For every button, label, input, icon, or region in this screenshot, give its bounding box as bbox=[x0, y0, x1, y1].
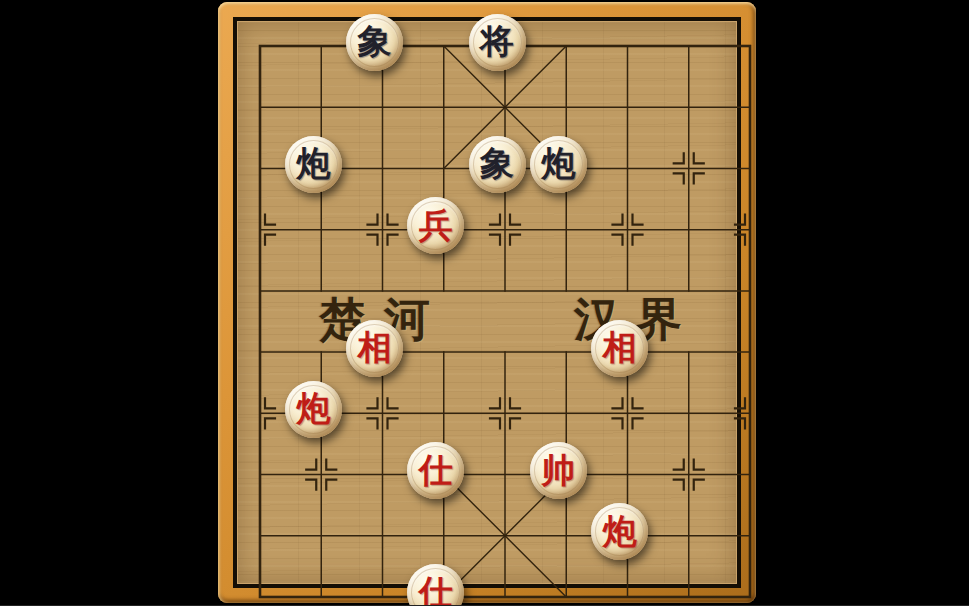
piece-glyph: 仕 bbox=[419, 575, 453, 606]
piece-glyph: 仕 bbox=[419, 453, 453, 487]
piece-glyph: 炮 bbox=[603, 514, 637, 548]
piece-glyph: 兵 bbox=[419, 208, 453, 242]
piece-red-elephant[interactable]: 相 bbox=[346, 320, 403, 377]
piece-black-elephant[interactable]: 象 bbox=[469, 136, 526, 193]
piece-red-soldier[interactable]: 兵 bbox=[407, 197, 464, 254]
piece-glyph: 炮 bbox=[296, 146, 330, 180]
piece-black-cannon[interactable]: 炮 bbox=[530, 136, 587, 193]
piece-red-elephant[interactable]: 相 bbox=[591, 320, 648, 377]
piece-red-cannon[interactable]: 炮 bbox=[591, 503, 648, 560]
piece-glyph: 象 bbox=[480, 146, 514, 180]
piece-red-general[interactable]: 帅 bbox=[530, 442, 587, 499]
piece-glyph: 炮 bbox=[296, 391, 330, 425]
piece-glyph: 相 bbox=[358, 330, 392, 364]
pieces-layer: 象将炮象炮兵相相炮仕帅炮仕 bbox=[237, 21, 737, 584]
piece-glyph: 将 bbox=[480, 24, 514, 58]
piece-black-elephant[interactable]: 象 bbox=[346, 14, 403, 71]
piece-black-general[interactable]: 将 bbox=[469, 14, 526, 71]
piece-red-advisor[interactable]: 仕 bbox=[407, 442, 464, 499]
piece-red-cannon[interactable]: 炮 bbox=[285, 381, 342, 438]
page-background: { "game": "xiangqi", "board": { "files":… bbox=[0, 0, 969, 606]
piece-black-cannon[interactable]: 炮 bbox=[285, 136, 342, 193]
piece-glyph: 炮 bbox=[541, 146, 575, 180]
xiangqi-board: 楚河 汉界 象将炮象炮兵相相炮仕帅炮仕 bbox=[218, 2, 756, 603]
piece-red-advisor[interactable]: 仕 bbox=[407, 564, 464, 606]
piece-glyph: 相 bbox=[603, 330, 637, 364]
board-inner-border: 楚河 汉界 象将炮象炮兵相相炮仕帅炮仕 bbox=[233, 17, 741, 588]
piece-glyph: 帅 bbox=[541, 453, 575, 487]
piece-glyph: 象 bbox=[358, 24, 392, 58]
